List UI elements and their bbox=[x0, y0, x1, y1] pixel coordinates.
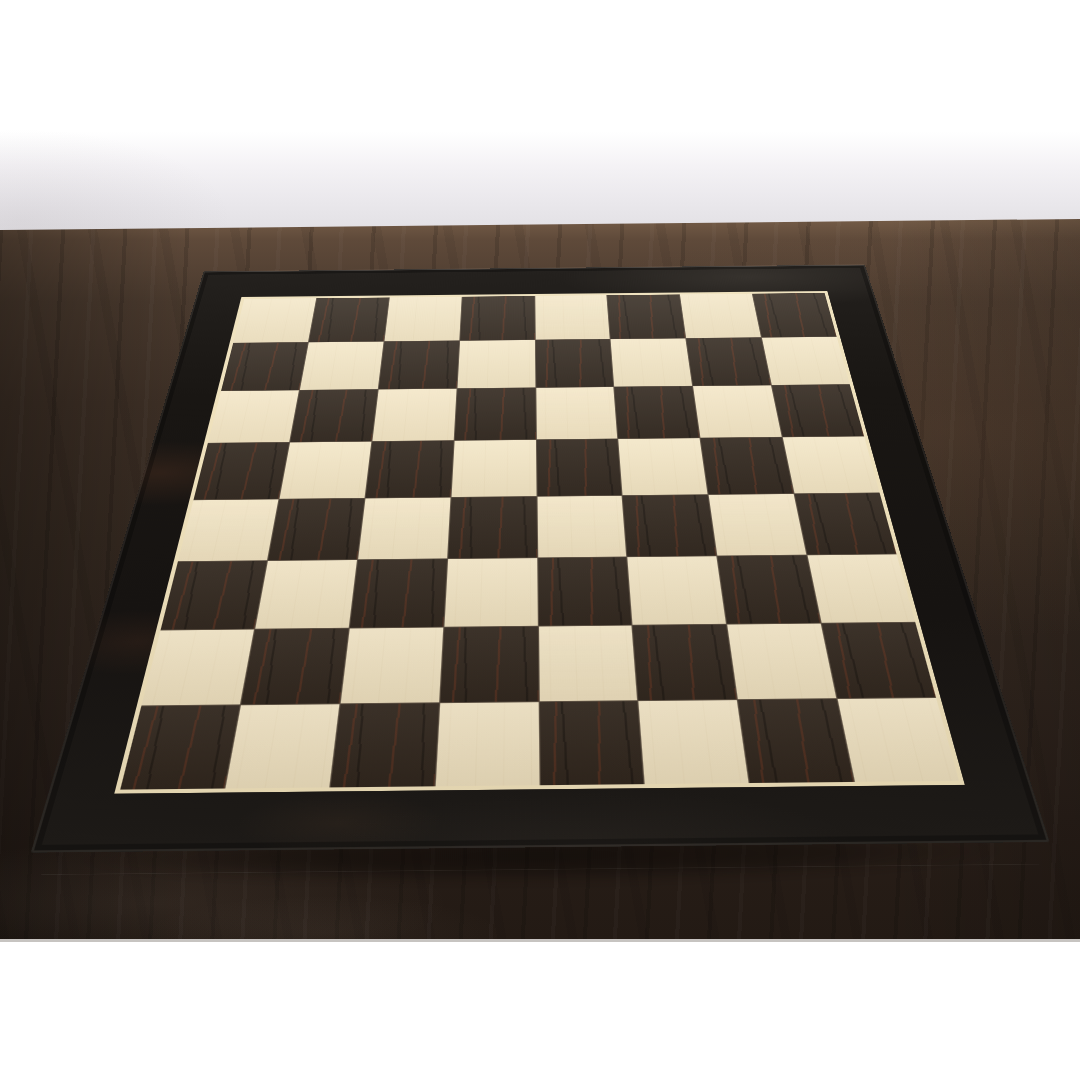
square-c6[interactable] bbox=[372, 389, 456, 441]
square-h6[interactable] bbox=[772, 384, 864, 436]
square-f7[interactable] bbox=[611, 338, 692, 386]
square-e7[interactable] bbox=[535, 339, 613, 387]
square-b1[interactable] bbox=[225, 704, 339, 788]
square-b3[interactable] bbox=[255, 560, 357, 629]
square-e4[interactable] bbox=[537, 495, 627, 557]
square-a7[interactable] bbox=[221, 342, 308, 390]
square-a6[interactable] bbox=[208, 390, 299, 442]
square-f8[interactable] bbox=[608, 294, 686, 338]
square-d8[interactable] bbox=[460, 296, 535, 340]
square-d4[interactable] bbox=[448, 496, 537, 558]
square-g8[interactable] bbox=[680, 294, 761, 338]
square-b6[interactable] bbox=[290, 389, 377, 441]
board-tilt-wrapper bbox=[0, 0, 1080, 1080]
square-h1[interactable] bbox=[838, 698, 959, 782]
square-d1[interactable] bbox=[435, 702, 539, 786]
square-c1[interactable] bbox=[330, 703, 438, 787]
board-front-edge bbox=[31, 842, 1050, 875]
square-c5[interactable] bbox=[365, 441, 453, 498]
square-f2[interactable] bbox=[633, 625, 737, 701]
bottom-margin bbox=[0, 939, 1080, 1080]
chess-board bbox=[31, 265, 1050, 853]
square-c4[interactable] bbox=[358, 497, 450, 559]
square-f3[interactable] bbox=[628, 557, 727, 625]
square-d7[interactable] bbox=[457, 340, 535, 388]
square-b5[interactable] bbox=[279, 441, 371, 498]
square-g3[interactable] bbox=[718, 556, 821, 624]
square-f1[interactable] bbox=[639, 700, 749, 784]
square-h2[interactable] bbox=[822, 623, 936, 698]
square-c7[interactable] bbox=[379, 341, 459, 389]
square-d5[interactable] bbox=[451, 440, 536, 497]
square-e6[interactable] bbox=[536, 387, 618, 439]
square-d6[interactable] bbox=[454, 388, 535, 440]
square-a2[interactable] bbox=[141, 630, 253, 706]
square-c3[interactable] bbox=[350, 559, 447, 628]
board-position bbox=[131, 91, 941, 901]
square-e2[interactable] bbox=[538, 626, 637, 702]
square-h8[interactable] bbox=[753, 293, 837, 337]
square-e3[interactable] bbox=[538, 558, 632, 626]
square-h7[interactable] bbox=[762, 337, 850, 385]
square-h4[interactable] bbox=[795, 493, 897, 555]
square-h5[interactable] bbox=[783, 436, 880, 493]
square-f4[interactable] bbox=[623, 495, 717, 557]
square-b2[interactable] bbox=[241, 629, 348, 705]
square-g5[interactable] bbox=[701, 437, 794, 494]
square-h3[interactable] bbox=[808, 555, 915, 623]
square-c2[interactable] bbox=[340, 628, 442, 704]
square-a5[interactable] bbox=[194, 442, 289, 499]
playing-area-grid bbox=[120, 293, 959, 790]
square-g4[interactable] bbox=[709, 494, 807, 556]
square-g1[interactable] bbox=[738, 699, 854, 783]
square-a1[interactable] bbox=[120, 705, 239, 789]
square-d3[interactable] bbox=[444, 558, 537, 626]
square-e1[interactable] bbox=[539, 701, 644, 785]
square-g7[interactable] bbox=[686, 338, 771, 386]
scene bbox=[0, 0, 1080, 1080]
square-a4[interactable] bbox=[178, 499, 278, 561]
square-a8[interactable] bbox=[233, 298, 316, 342]
square-b7[interactable] bbox=[300, 342, 384, 390]
square-b8[interactable] bbox=[309, 297, 389, 341]
square-f5[interactable] bbox=[619, 438, 708, 495]
square-f6[interactable] bbox=[615, 386, 700, 438]
square-a3[interactable] bbox=[161, 561, 267, 630]
square-e8[interactable] bbox=[535, 295, 610, 339]
square-g6[interactable] bbox=[693, 385, 781, 437]
square-d2[interactable] bbox=[440, 627, 538, 703]
square-e5[interactable] bbox=[536, 439, 621, 496]
square-b4[interactable] bbox=[268, 498, 364, 560]
square-g2[interactable] bbox=[727, 624, 836, 699]
square-c8[interactable] bbox=[384, 297, 461, 341]
board-border-inlay-line bbox=[114, 291, 965, 794]
